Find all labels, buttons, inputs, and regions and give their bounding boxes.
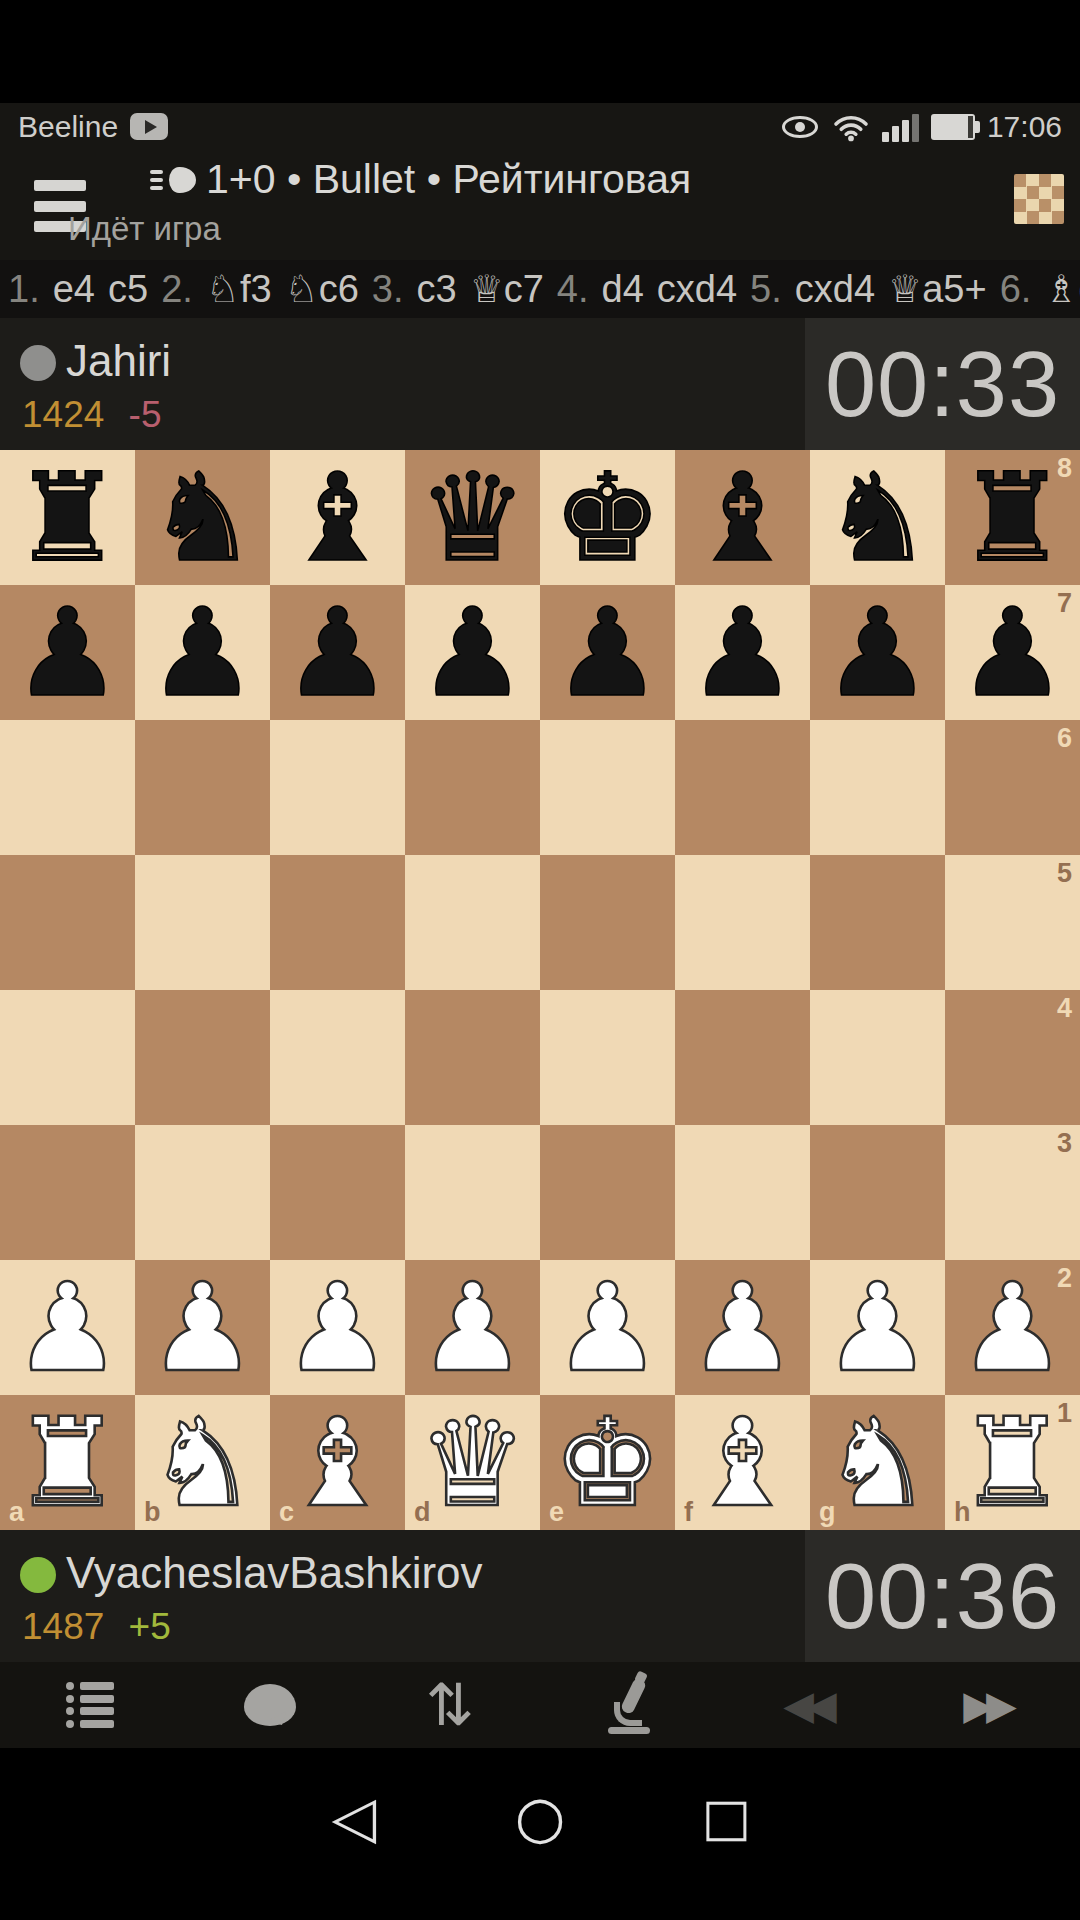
- square-b6[interactable]: [135, 720, 270, 855]
- square-f6[interactable]: [675, 720, 810, 855]
- status-bar-left: Beeline: [18, 110, 168, 144]
- square-d3[interactable]: [405, 1125, 540, 1260]
- square-b2[interactable]: ♟: [135, 1260, 270, 1395]
- coord-rank-4: 4: [1057, 993, 1072, 1024]
- square-f2[interactable]: ♟: [675, 1260, 810, 1395]
- square-h6[interactable]: 6: [945, 720, 1080, 855]
- battery-icon: [931, 114, 975, 140]
- square-d6[interactable]: [405, 720, 540, 855]
- square-b1[interactable]: ♞b: [135, 1395, 270, 1530]
- square-c2[interactable]: ♟: [270, 1260, 405, 1395]
- back-icon[interactable]: ◁: [325, 1782, 383, 1852]
- phone-screen: Beeline 17:06 1+0 • Bullet • Рейтинговая…: [0, 0, 1080, 1920]
- square-f7[interactable]: ♟: [675, 585, 810, 720]
- black-rook: ♜: [13, 457, 122, 579]
- square-f3[interactable]: [675, 1125, 810, 1260]
- move-number[interactable]: 1.: [8, 268, 40, 311]
- status-bar: Beeline 17:06: [0, 103, 1080, 150]
- square-d5[interactable]: [405, 855, 540, 990]
- player-top-rating-diff: -5: [129, 394, 162, 435]
- square-d7[interactable]: ♟: [405, 585, 540, 720]
- square-f5[interactable]: [675, 855, 810, 990]
- move-number[interactable]: 4.: [557, 268, 589, 311]
- coord-file-c: c: [279, 1497, 294, 1528]
- coord-file-b: b: [144, 1497, 161, 1528]
- square-e5[interactable]: [540, 855, 675, 990]
- move-san[interactable]: ♕a5+: [888, 267, 987, 311]
- coord-file-e: e: [549, 1497, 564, 1528]
- game-title: 1+0 • Bullet • Рейтинговая: [206, 156, 691, 203]
- analysis-icon: [604, 1676, 656, 1734]
- square-e4[interactable]: [540, 990, 675, 1125]
- bottom-toolbar: ⇅ ◀◀ ▶▶: [0, 1662, 1080, 1748]
- white-knight: ♞: [823, 1402, 932, 1524]
- player-bottom-name: VyacheslavBashkirov: [66, 1548, 483, 1598]
- white-pawn: ♟: [13, 1267, 122, 1389]
- moves-list-button[interactable]: [0, 1682, 180, 1728]
- square-g2[interactable]: ♟: [810, 1260, 945, 1395]
- white-knight: ♞: [148, 1402, 257, 1524]
- square-b7[interactable]: ♟: [135, 585, 270, 720]
- player-top-status-dot: [20, 345, 56, 381]
- game-status: Идёт игра: [68, 210, 221, 248]
- black-pawn: ♟: [418, 592, 527, 714]
- carrier-label: Beeline: [18, 110, 118, 144]
- white-pawn: ♟: [958, 1267, 1067, 1389]
- analysis-button[interactable]: [540, 1676, 720, 1734]
- white-pawn: ♟: [148, 1267, 257, 1389]
- coord-rank-5: 5: [1057, 858, 1072, 889]
- square-h5[interactable]: 5: [945, 855, 1080, 990]
- status-time-label: 17:06: [987, 110, 1062, 144]
- square-a3[interactable]: [0, 1125, 135, 1260]
- black-bishop: ♝: [688, 457, 797, 579]
- coord-file-g: g: [819, 1497, 836, 1528]
- black-rook: ♜: [958, 457, 1067, 579]
- coord-rank-1: 1: [1057, 1398, 1072, 1429]
- white-bishop: ♝: [283, 1402, 392, 1524]
- white-pawn: ♟: [688, 1267, 797, 1389]
- square-h1[interactable]: ♜1h: [945, 1395, 1080, 1530]
- square-g5[interactable]: [810, 855, 945, 990]
- square-c5[interactable]: [270, 855, 405, 990]
- player-bottom-row: VyacheslavBashkirov 1487 +5 00:36: [0, 1530, 1080, 1662]
- square-c8[interactable]: ♝: [270, 450, 405, 585]
- app-header: 1+0 • Bullet • Рейтинговая Идёт игра: [0, 150, 1080, 260]
- flip-board-icon: ⇅: [426, 1676, 475, 1734]
- move-san[interactable]: d4: [602, 268, 644, 311]
- coord-file-d: d: [414, 1497, 431, 1528]
- white-rook: ♜: [958, 1402, 1067, 1524]
- square-a5[interactable]: [0, 855, 135, 990]
- status-bar-right: 17:06: [780, 110, 1062, 144]
- square-h2[interactable]: ♟2: [945, 1260, 1080, 1395]
- player-top-rating-line: 1424 -5: [22, 394, 162, 436]
- square-c3[interactable]: [270, 1125, 405, 1260]
- square-a4[interactable]: [0, 990, 135, 1125]
- square-a8[interactable]: ♜: [0, 450, 135, 585]
- square-b5[interactable]: [135, 855, 270, 990]
- moves-list-icon: [66, 1682, 114, 1728]
- square-h4[interactable]: 4: [945, 990, 1080, 1125]
- play-triangle-icon: [145, 120, 157, 134]
- square-c4[interactable]: [270, 990, 405, 1125]
- square-a1[interactable]: ♜a: [0, 1395, 135, 1530]
- eye-comfort-icon: [780, 112, 820, 142]
- white-king: ♚: [553, 1402, 662, 1524]
- game-title-line: 1+0 • Bullet • Рейтинговая: [150, 156, 691, 203]
- white-pawn: ♟: [283, 1267, 392, 1389]
- square-d2[interactable]: ♟: [405, 1260, 540, 1395]
- white-bishop: ♝: [688, 1402, 797, 1524]
- square-g4[interactable]: [810, 990, 945, 1125]
- move-number[interactable]: 5.: [750, 268, 782, 311]
- square-a7[interactable]: ♟: [0, 585, 135, 720]
- square-b8[interactable]: ♞: [135, 450, 270, 585]
- black-knight: ♞: [823, 457, 932, 579]
- player-top-name: Jahiri: [66, 336, 171, 386]
- square-b4[interactable]: [135, 990, 270, 1125]
- coord-rank-3: 3: [1057, 1128, 1072, 1159]
- square-g8[interactable]: ♞: [810, 450, 945, 585]
- square-c7[interactable]: ♟: [270, 585, 405, 720]
- square-g1[interactable]: ♞g: [810, 1395, 945, 1530]
- player-top-row: Jahiri 1424 -5 00:33: [0, 318, 1080, 450]
- player-top-clock: 00:33: [825, 332, 1060, 437]
- player-bottom-rating-line: 1487 +5: [22, 1606, 171, 1648]
- black-king: ♚: [553, 457, 662, 579]
- home-icon[interactable]: ○: [511, 1782, 569, 1852]
- chess-board[interactable]: ♜♞♝♛♚♝♞♜8♟♟♟♟♟♟♟♟76543♟♟♟♟♟♟♟♟2♜a♞b♝c♛d♚…: [0, 450, 1080, 1530]
- coord-rank-7: 7: [1057, 588, 1072, 619]
- white-pawn: ♟: [553, 1267, 662, 1389]
- move-san[interactable]: ♘c6: [285, 267, 359, 311]
- coord-file-a: a: [9, 1497, 24, 1528]
- black-pawn: ♟: [823, 592, 932, 714]
- coord-rank-6: 6: [1057, 723, 1072, 754]
- square-h8[interactable]: ♜8: [945, 450, 1080, 585]
- black-pawn: ♟: [688, 592, 797, 714]
- square-d4[interactable]: [405, 990, 540, 1125]
- square-h3[interactable]: 3: [945, 1125, 1080, 1260]
- coord-file-h: h: [954, 1497, 971, 1528]
- white-queen: ♛: [418, 1402, 527, 1524]
- chat-icon: [244, 1684, 296, 1726]
- square-e8[interactable]: ♚: [540, 450, 675, 585]
- square-a2[interactable]: ♟: [0, 1260, 135, 1395]
- black-pawn: ♟: [553, 592, 662, 714]
- square-c6[interactable]: [270, 720, 405, 855]
- white-pawn: ♟: [418, 1267, 527, 1389]
- square-e7[interactable]: ♟: [540, 585, 675, 720]
- move-san[interactable]: e4: [53, 268, 95, 311]
- square-e6[interactable]: [540, 720, 675, 855]
- square-e2[interactable]: ♟: [540, 1260, 675, 1395]
- black-knight: ♞: [148, 457, 257, 579]
- chat-button[interactable]: [180, 1684, 360, 1726]
- player-bottom-clock-panel: 00:36: [805, 1530, 1080, 1662]
- android-nav-bar: ◁ ○ □: [0, 1748, 1080, 1920]
- forward-button[interactable]: ▶▶: [900, 1685, 1080, 1725]
- square-g6[interactable]: [810, 720, 945, 855]
- square-e1[interactable]: ♚e: [540, 1395, 675, 1530]
- square-a6[interactable]: [0, 720, 135, 855]
- black-bishop: ♝: [283, 457, 392, 579]
- forward-icon: ▶▶: [963, 1685, 1017, 1725]
- signal-icon: [882, 112, 919, 142]
- rewind-icon: ◀◀: [783, 1685, 837, 1725]
- board-thumbnail-icon[interactable]: [1014, 174, 1064, 224]
- black-pawn: ♟: [283, 592, 392, 714]
- black-pawn: ♟: [148, 592, 257, 714]
- square-f8[interactable]: ♝: [675, 450, 810, 585]
- move-san[interactable]: c5: [108, 268, 148, 311]
- player-bottom-clock: 00:36: [825, 1544, 1060, 1649]
- square-f4[interactable]: [675, 990, 810, 1125]
- black-pawn: ♟: [13, 592, 122, 714]
- recents-icon[interactable]: □: [697, 1782, 755, 1852]
- player-bottom-status-dot: [20, 1557, 56, 1593]
- move-san[interactable]: cxd4: [657, 268, 737, 311]
- coord-rank-8: 8: [1057, 453, 1072, 484]
- move-san[interactable]: ♗d2: [1044, 267, 1080, 311]
- move-list[interactable]: 1.e4c52.♘f3♘c63.c3♕c74.d4cxd45.cxd4♕a5+6…: [0, 260, 1080, 318]
- black-queen: ♛: [418, 457, 527, 579]
- player-top-clock-panel: 00:33: [805, 318, 1080, 450]
- square-d8[interactable]: ♛: [405, 450, 540, 585]
- white-rook: ♜: [13, 1402, 122, 1524]
- square-d1[interactable]: ♛d: [405, 1395, 540, 1530]
- player-bottom-rating: 1487: [22, 1606, 104, 1647]
- square-h7[interactable]: ♟7: [945, 585, 1080, 720]
- player-bottom-rating-diff: +5: [129, 1606, 171, 1647]
- coord-rank-2: 2: [1057, 1263, 1072, 1294]
- move-san[interactable]: c3: [417, 268, 457, 311]
- move-number[interactable]: 2.: [161, 268, 193, 311]
- rewind-button[interactable]: ◀◀: [720, 1685, 900, 1725]
- square-g7[interactable]: ♟: [810, 585, 945, 720]
- move-san[interactable]: ♕c7: [470, 267, 544, 311]
- move-number[interactable]: 6.: [1000, 268, 1032, 311]
- black-pawn: ♟: [958, 592, 1067, 714]
- player-top-rating: 1424: [22, 394, 104, 435]
- coord-file-f: f: [684, 1497, 693, 1528]
- square-b3[interactable]: [135, 1125, 270, 1260]
- white-pawn: ♟: [823, 1267, 932, 1389]
- square-g3[interactable]: [810, 1125, 945, 1260]
- flip-board-button[interactable]: ⇅: [360, 1676, 540, 1734]
- square-e3[interactable]: [540, 1125, 675, 1260]
- youtube-icon: [130, 113, 168, 140]
- bullet-icon: [150, 165, 196, 195]
- move-san[interactable]: cxd4: [795, 268, 875, 311]
- square-f1[interactable]: ♝f: [675, 1395, 810, 1530]
- move-number[interactable]: 3.: [372, 268, 404, 311]
- wifi-icon: [832, 112, 870, 142]
- move-san[interactable]: ♘f3: [206, 267, 272, 311]
- square-c1[interactable]: ♝c: [270, 1395, 405, 1530]
